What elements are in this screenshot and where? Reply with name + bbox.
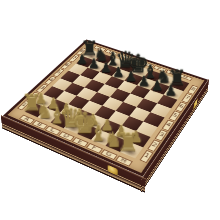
brass-clasp-front [107, 165, 117, 176]
piece-black-pawn[interactable]: ♟ [112, 66, 124, 79]
coord-label: H [115, 155, 133, 166]
piece-black-pawn[interactable]: ♟ [138, 75, 150, 88]
coord-label: 5 [169, 110, 181, 121]
board-surface: ABCDEFGH ABCDEFGH 87654321 87654321 ♜♞♝♛… [3, 39, 208, 176]
piece-black-pawn[interactable]: ♟ [100, 61, 112, 74]
piece-black-pawn[interactable]: ♟ [164, 84, 177, 97]
product-photo: ABCDEFGH ABCDEFGH 87654321 87654321 ♜♞♝♛… [0, 0, 220, 220]
brass-clasp-right [193, 98, 197, 110]
piece-black-pawn[interactable]: ♟ [125, 70, 137, 83]
chess-board: ABCDEFGH ABCDEFGH 87654321 87654321 ♜♞♝♛… [3, 39, 208, 176]
piece-black-pawn[interactable]: ♟ [88, 57, 100, 69]
piece-black-pawn[interactable]: ♟ [151, 79, 163, 92]
piece-white-rook[interactable]: ♜ [116, 131, 139, 155]
coord-label: 1 [140, 150, 154, 163]
piece-black-pawn[interactable]: ♟ [76, 53, 88, 65]
coord-label: 7 [181, 93, 193, 103]
scene: ABCDEFGH ABCDEFGH 87654321 87654321 ♜♞♝♛… [0, 0, 220, 220]
